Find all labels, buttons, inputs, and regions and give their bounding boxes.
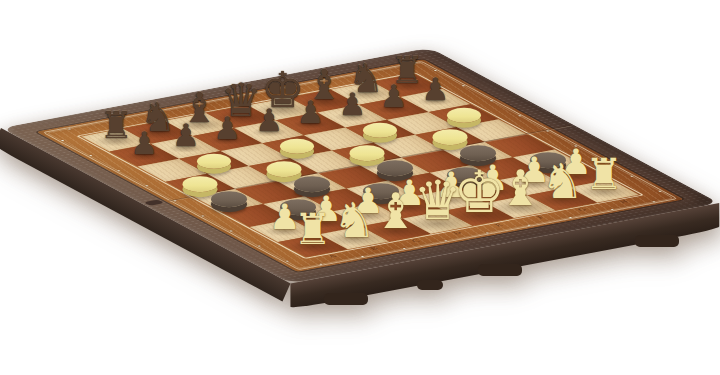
piece-black-pawn-e7[interactable]: ♟ bbox=[297, 97, 325, 128]
piece-white-rook-h1[interactable]: ♜ bbox=[585, 153, 624, 196]
checker-light-disc-g5[interactable] bbox=[433, 130, 468, 146]
piece-white-rook-a1[interactable]: ♜ bbox=[294, 208, 333, 251]
checker-light-disc-f6[interactable] bbox=[363, 123, 397, 138]
piece-black-pawn-h7[interactable]: ♟ bbox=[422, 73, 450, 104]
chess-set-product-photo: ABCDEFGH ♜♞♝♛♚♝♞♜♟♟♟♟♟♟♟♟♟♟♟♟♟♟♟♟♜♞♝♛♚♝♞… bbox=[0, 0, 720, 375]
piece-black-pawn-f7[interactable]: ♟ bbox=[338, 89, 366, 120]
piece-black-pawn-b7[interactable]: ♟ bbox=[172, 120, 200, 151]
piece-white-knight-g1[interactable]: ♞ bbox=[541, 157, 584, 205]
piece-white-knight-b1[interactable]: ♞ bbox=[333, 196, 376, 244]
checker-dark-disc-a4[interactable] bbox=[211, 192, 247, 208]
checker-light-disc-b6[interactable] bbox=[197, 154, 231, 169]
piece-black-pawn-a7[interactable]: ♟ bbox=[130, 128, 158, 159]
checker-light-disc-c5[interactable] bbox=[266, 161, 301, 177]
checker-light-disc-h6[interactable] bbox=[447, 107, 481, 122]
piece-black-pawn-c7[interactable]: ♟ bbox=[214, 112, 242, 143]
piece-black-rook-a8[interactable]: ♜ bbox=[100, 107, 133, 144]
checker-light-disc-e5[interactable] bbox=[349, 145, 384, 161]
checker-light-disc-d6[interactable] bbox=[280, 139, 314, 154]
piece-white-queen-d1[interactable]: ♛ bbox=[413, 175, 461, 229]
piece-black-pawn-g7[interactable]: ♟ bbox=[380, 81, 408, 112]
piece-white-bishop-f1[interactable]: ♝ bbox=[499, 163, 543, 212]
piece-black-pawn-d7[interactable]: ♟ bbox=[255, 104, 283, 135]
pieces-overlay: ♜♞♝♛♚♝♞♜♟♟♟♟♟♟♟♟♟♟♟♟♟♟♟♟♜♞♝♛♚♝♞♜ bbox=[0, 0, 720, 375]
checker-light-disc-a5[interactable] bbox=[183, 176, 218, 192]
piece-white-bishop-c1[interactable]: ♝ bbox=[374, 187, 418, 236]
